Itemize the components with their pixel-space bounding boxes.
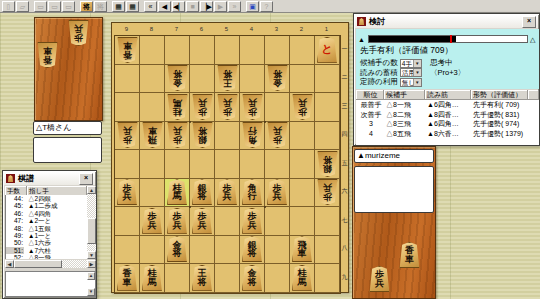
coordinate-label: 4 [239, 24, 264, 34]
piece-43-歩兵[interactable]: 歩兵 [242, 94, 263, 120]
kifu-window-icon [6, 174, 15, 183]
stop-icon[interactable]: ■ [186, 1, 199, 12]
piece-87-歩兵[interactable]: 歩兵 [142, 208, 163, 234]
square-42[interactable] [240, 65, 265, 94]
joseki-label: 定跡の利用 [360, 77, 398, 86]
square-62[interactable] [190, 65, 215, 94]
joseki-dropdown[interactable]: 無し [400, 78, 422, 87]
square-61[interactable] [190, 36, 215, 65]
print-icon[interactable]: ▭ [48, 1, 61, 12]
square-86[interactable] [140, 179, 165, 208]
square-23[interactable]: 歩兵 [290, 93, 315, 122]
square-95[interactable] [115, 150, 140, 179]
evaluation-bar-row: ▲ △ [358, 35, 537, 44]
square-74[interactable]: 歩兵 [165, 122, 190, 151]
analysis-titlebar[interactable]: 検討 × [355, 15, 538, 28]
square-63[interactable]: 歩兵 [190, 93, 215, 122]
candidate-table: 順位 候補手 読み筋 形勢（評価値） 最善手△8一飛▲6四角…先手有利( 709… [356, 90, 539, 145]
piece-77-歩兵[interactable]: 歩兵 [167, 208, 188, 234]
gote-comment-box [33, 137, 102, 163]
step-forward-icon[interactable]: ▕▶ [200, 1, 213, 12]
square-35[interactable] [265, 150, 290, 179]
star-point [189, 121, 191, 123]
square-82[interactable] [140, 65, 165, 94]
square-79[interactable] [165, 264, 190, 293]
piece-44-角行[interactable]: 角行 [242, 122, 263, 148]
coordinate-label: 六 [340, 178, 349, 207]
gote-mark: △ [530, 35, 535, 44]
square-85[interactable] [140, 150, 165, 179]
square-15[interactable]: 銀将 [315, 150, 340, 179]
star-point [264, 206, 266, 208]
piece-73-桂馬[interactable]: 桂馬 [167, 94, 188, 120]
square-94[interactable]: 歩兵 [115, 122, 140, 151]
piece-84-飛車[interactable]: 飛車 [142, 122, 163, 148]
piece-36-歩兵[interactable]: 歩兵 [267, 179, 288, 205]
piece-28-飛車[interactable]: 飛車 [292, 236, 313, 262]
square-16[interactable]: 歩兵 [315, 179, 340, 208]
square-75[interactable] [165, 150, 190, 179]
toolbar: ▯▱▭▭▭将将▦▦«◀◀▏■▕▶▶»▣? [0, 0, 540, 13]
piece-91-香車[interactable]: 香車 [117, 37, 138, 63]
piece-set-gray-icon[interactable]: 将 [94, 1, 107, 12]
header-eval: 形勢（評価値） [471, 90, 528, 99]
square-64[interactable]: 銀将 [190, 122, 215, 151]
square-32[interactable]: 金将 [265, 65, 290, 94]
candidates-setting-row: 候補手の数 4手 思考中 [360, 58, 452, 67]
square-21[interactable] [290, 36, 315, 65]
step-back-icon[interactable]: ◀▏ [172, 1, 185, 12]
analysis-title: 検討 [369, 16, 385, 27]
analysis-info-panel: ▲ △ 先手有利（評価値 709） 候補手の数 4手 思考中 読みの蓄積 活用 … [356, 29, 539, 89]
help-icon[interactable]: ? [260, 1, 273, 12]
square-39[interactable] [265, 264, 290, 293]
vertical-scroll-thumb[interactable] [87, 218, 96, 244]
piece-23-歩兵[interactable]: 歩兵 [292, 94, 313, 120]
coordinate-label: 一 [340, 35, 349, 64]
coordinate-label: 1 [314, 24, 339, 34]
square-65[interactable] [190, 150, 215, 179]
kifu-move-row[interactable]: 50:△1六歩 [6, 239, 87, 246]
coordinate-label: 八 [340, 235, 349, 264]
coordinate-label: 3 [264, 24, 289, 34]
coordinate-label: 四 [340, 121, 349, 150]
comment-scroll-up-icon[interactable]: ▲ [87, 272, 95, 280]
analysis-window-toggle-icon[interactable]: ▦ [126, 1, 139, 12]
square-46[interactable]: 角行 [240, 179, 265, 208]
header-move: 指し手 [27, 186, 87, 195]
candidate-row[interactable]: 3△8三飛▲6四角…先手優勢( 974) [356, 119, 539, 129]
kifu-horizontal-scrollbar[interactable]: ◀ ▶ [5, 260, 96, 268]
square-33[interactable] [265, 93, 290, 122]
piece-15-銀将[interactable]: 銀将 [317, 151, 338, 177]
square-41[interactable] [240, 36, 265, 65]
square-59[interactable] [215, 264, 240, 293]
piece-63-歩兵[interactable]: 歩兵 [192, 94, 213, 120]
square-45[interactable] [240, 150, 265, 179]
square-89[interactable]: 桂馬 [140, 264, 165, 293]
square-99[interactable]: 香車 [115, 264, 140, 293]
square-36[interactable]: 歩兵 [265, 179, 290, 208]
star-point [264, 121, 266, 123]
header-move-number: 手数 [5, 186, 27, 195]
scroll-up-icon[interactable]: ▲ [87, 186, 96, 194]
header-line: 読み筋 [425, 90, 471, 99]
monitor-icon[interactable]: ▣ [246, 1, 259, 12]
square-98[interactable] [115, 236, 140, 265]
candidates-label: 候補手の数 [360, 58, 398, 67]
square-71[interactable] [165, 36, 190, 65]
piece-47-歩兵[interactable]: 歩兵 [242, 208, 263, 234]
square-44[interactable]: 角行 [240, 122, 265, 151]
square-26[interactable] [290, 179, 315, 208]
prev-move-icon[interactable]: ◀ [158, 1, 171, 12]
square-78[interactable]: 金将 [165, 236, 190, 265]
piece-52-王将[interactable]: 王将 [217, 65, 238, 91]
square-67[interactable]: 歩兵 [190, 207, 215, 236]
piece-34-歩兵[interactable]: 歩兵 [267, 122, 288, 148]
coordinate-label: 三 [340, 92, 349, 121]
square-37[interactable] [265, 207, 290, 236]
square-68[interactable] [190, 236, 215, 265]
square-49[interactable]: 金将 [240, 264, 265, 293]
scroll-right-icon[interactable]: ▶ [87, 260, 96, 268]
sente-mark: ▲ [358, 35, 365, 44]
gote-komadai: 歩兵香車 [34, 17, 103, 121]
piece-set-icon[interactable]: 将 [80, 1, 93, 12]
candidate-row[interactable]: 次善手△8二飛▲8四香…先手優勢( 831) [356, 110, 539, 120]
judgement-text: 先手有利（評価値 709） [360, 45, 453, 57]
square-92[interactable] [115, 65, 140, 94]
square-84[interactable]: 飛車 [140, 122, 165, 151]
sente-player-name: ▲murizeme [354, 149, 434, 163]
square-18[interactable] [315, 236, 340, 265]
piece-69-王将[interactable]: 王将 [192, 265, 213, 291]
piece-hand-香車[interactable]: 香車 [399, 242, 420, 268]
piece-78-金将[interactable]: 金将 [167, 236, 188, 262]
kifu-comment-box[interactable]: ▲ ▼ [5, 271, 96, 297]
piece-49-金将[interactable]: 金将 [242, 265, 263, 291]
piece-64-銀将[interactable]: 銀将 [192, 122, 213, 148]
square-87[interactable]: 歩兵 [140, 207, 165, 236]
square-34[interactable]: 歩兵 [265, 122, 290, 151]
save-icon[interactable]: ▭ [34, 1, 47, 12]
square-76[interactable]: 桂馬 [165, 179, 190, 208]
piece-hand-歩兵[interactable]: 歩兵 [369, 266, 390, 292]
square-57[interactable] [215, 207, 240, 236]
piece-29-桂馬[interactable]: 桂馬 [292, 265, 313, 291]
kifu-move-row[interactable]: 49:▲1一と [6, 232, 87, 239]
square-83[interactable] [140, 93, 165, 122]
square-24[interactable] [290, 122, 315, 151]
coordinate-label: 5 [214, 24, 239, 34]
piece-48-銀将[interactable]: 銀将 [242, 236, 263, 262]
kifu-move-row[interactable]: 47:▲2一と [6, 217, 87, 224]
analysis-close-icon[interactable]: × [522, 16, 536, 28]
piece-46-角行[interactable]: 角行 [242, 179, 263, 205]
kifu-window: 棋譜 × 手数 指し手 44:△2四銀45:▲1二歩成46:△4四角47:▲2一… [2, 170, 97, 299]
kifu-move-row[interactable]: 44:△2四銀 [6, 195, 87, 202]
square-28[interactable]: 飛車 [290, 236, 315, 265]
rank-labels: 一二三四五六七八九 [340, 35, 349, 292]
kifu-close-icon[interactable]: × [79, 173, 93, 185]
piece-96-歩兵[interactable]: 歩兵 [117, 179, 138, 205]
coordinate-label: 8 [139, 24, 164, 34]
square-93[interactable] [115, 93, 140, 122]
coordinate-label: 九 [340, 263, 349, 292]
candidate-rows: 最善手△8一飛▲6四角…先手有利( 709)次善手△8二飛▲8四香…先手優勢( … [356, 100, 539, 138]
piece-hand-香車[interactable]: 香車 [37, 42, 58, 68]
coordinate-label: 2 [289, 24, 314, 34]
shogi-app-window: ▯▱▭▭▭将将▦▦«◀◀▏■▕▶▶»▣? 歩兵香車 △T橋さん 98765432… [0, 0, 540, 299]
coordinate-label: 9 [114, 24, 139, 34]
copy-icon[interactable]: ▭ [62, 1, 75, 12]
square-31[interactable] [265, 36, 290, 65]
analysis-window-icon [357, 17, 366, 26]
comment-scroll-down-icon[interactable]: ▼ [87, 288, 95, 296]
candidates-dropdown[interactable]: 4手 [400, 59, 422, 68]
horizontal-scroll-thumb[interactable] [14, 260, 62, 268]
next-move-icon[interactable]: ▶ [214, 1, 227, 12]
kifu-list-header: 手数 指し手 [5, 186, 87, 195]
square-51[interactable] [215, 36, 240, 65]
open-file-icon[interactable]: ▱ [16, 1, 29, 12]
square-56[interactable]: 歩兵 [215, 179, 240, 208]
square-55[interactable] [215, 150, 240, 179]
square-48[interactable]: 銀将 [240, 236, 265, 265]
square-88[interactable] [140, 236, 165, 265]
piece-11-と[interactable]: と [317, 37, 338, 63]
piece-32-金将[interactable]: 金将 [267, 65, 288, 91]
kifu-window-toggle-icon[interactable]: ▦ [112, 1, 125, 12]
square-66[interactable]: 銀将 [190, 179, 215, 208]
square-17[interactable] [315, 207, 340, 236]
piece-89-桂馬[interactable]: 桂馬 [142, 265, 163, 291]
square-91[interactable]: 香車 [115, 36, 140, 65]
piece-53-歩兵[interactable]: 歩兵 [217, 94, 238, 120]
scroll-left-icon[interactable]: ◀ [5, 260, 14, 268]
header-spacer [528, 90, 539, 99]
coordinate-label: 6 [189, 24, 214, 34]
candidate-row[interactable]: 4△8五飛▲8六香…先手優勢( 1379) [356, 129, 539, 139]
board-squares: 香車と金将王将金将桂馬歩兵歩兵歩兵歩兵歩兵飛車歩兵銀将角行歩兵銀将歩兵桂馬銀将歩… [114, 35, 341, 294]
square-11[interactable]: と [315, 36, 340, 65]
square-38[interactable] [265, 236, 290, 265]
reading-dropdown[interactable]: 活用 [400, 68, 422, 77]
square-54[interactable] [215, 122, 240, 151]
kifu-move-row[interactable]: 52:△8一飛 [6, 254, 87, 259]
coordinate-label: 七 [340, 206, 349, 235]
kifu-move-row[interactable]: 46:△4四角 [6, 210, 87, 217]
piece-hand-歩兵[interactable]: 歩兵 [68, 20, 89, 46]
piece-16-歩兵[interactable]: 歩兵 [317, 179, 338, 205]
square-53[interactable]: 歩兵 [215, 93, 240, 122]
square-25[interactable] [290, 150, 315, 179]
square-97[interactable] [115, 207, 140, 236]
piece-99-香車[interactable]: 香車 [117, 265, 138, 291]
header-candidate: 候補手 [384, 90, 425, 99]
star-point [189, 206, 191, 208]
kifu-move-list[interactable]: 44:△2四銀45:▲1二歩成46:△4四角47:▲2一と48:△1五銀49:▲… [5, 195, 87, 259]
square-22[interactable] [290, 65, 315, 94]
new-file-icon[interactable]: ▯ [2, 1, 15, 12]
kifu-title: 棋譜 [18, 173, 34, 184]
square-14[interactable] [315, 122, 340, 151]
file-labels: 987654321 [114, 24, 339, 34]
kifu-titlebar[interactable]: 棋譜 × [4, 172, 95, 185]
coordinate-label: 二 [340, 64, 349, 93]
coordinate-label: 五 [340, 149, 349, 178]
piece-74-歩兵[interactable]: 歩兵 [167, 122, 188, 148]
kifu-move-row[interactable]: 51:▲7六桂 [6, 247, 87, 254]
piece-56-歩兵[interactable]: 歩兵 [217, 179, 238, 205]
first-move-icon[interactable]: « [144, 1, 157, 12]
square-19[interactable] [315, 264, 340, 293]
sente-comment-box [354, 166, 434, 213]
square-96[interactable]: 歩兵 [115, 179, 140, 208]
square-29[interactable]: 桂馬 [290, 264, 315, 293]
square-47[interactable]: 歩兵 [240, 207, 265, 236]
piece-72-金将[interactable]: 金将 [167, 65, 188, 91]
engine-level: 〈Pro+3〉 [430, 68, 465, 77]
candidate-table-header: 順位 候補手 読み筋 形勢（評価値） [356, 90, 539, 100]
piece-94-歩兵[interactable]: 歩兵 [117, 122, 138, 148]
candidate-row[interactable]: 最善手△8一飛▲6四角…先手有利( 709) [356, 100, 539, 110]
reading-label: 読みの蓄積 [360, 68, 398, 77]
square-72[interactable]: 金将 [165, 65, 190, 94]
square-27[interactable] [290, 207, 315, 236]
square-81[interactable] [140, 36, 165, 65]
square-69[interactable]: 王将 [190, 264, 215, 293]
thinking-status: 思考中 [430, 58, 453, 67]
piece-76-桂馬[interactable]: 桂馬 [167, 179, 188, 205]
scroll-down-icon[interactable]: ▼ [87, 251, 96, 259]
evaluation-bar [368, 35, 528, 43]
square-12[interactable] [315, 65, 340, 94]
coordinate-label: 7 [164, 24, 189, 34]
square-13[interactable] [315, 93, 340, 122]
reading-setting-row: 読みの蓄積 活用 〈Pro+3〉 [360, 68, 465, 77]
joseki-setting-row: 定跡の利用 無し [360, 77, 422, 86]
kifu-move-row[interactable]: 48:△1五銀 [6, 225, 87, 232]
kifu-move-row[interactable]: 45:▲1二歩成 [6, 202, 87, 209]
gote-player-name: △T橋さん [33, 121, 102, 135]
square-77[interactable]: 歩兵 [165, 207, 190, 236]
kifu-vertical-scrollbar[interactable]: ▲ ▼ [87, 186, 96, 259]
analysis-window: 検討 × ▲ △ 先手有利（評価値 709） 候補手の数 4手 思考中 読みの蓄… [353, 13, 540, 146]
square-52[interactable]: 王将 [215, 65, 240, 94]
piece-66-銀将[interactable]: 銀将 [192, 179, 213, 205]
piece-67-歩兵[interactable]: 歩兵 [192, 208, 213, 234]
evaluation-fill [369, 36, 456, 42]
square-73[interactable]: 桂馬 [165, 93, 190, 122]
last-move-icon[interactable]: » [228, 1, 241, 12]
square-43[interactable]: 歩兵 [240, 93, 265, 122]
shogi-board: 987654321 香車と金将王将金将桂馬歩兵歩兵歩兵歩兵歩兵飛車歩兵銀将角行歩… [111, 22, 349, 293]
header-rank: 順位 [356, 90, 384, 99]
square-58[interactable] [215, 236, 240, 265]
evaluation-marker [450, 35, 452, 43]
